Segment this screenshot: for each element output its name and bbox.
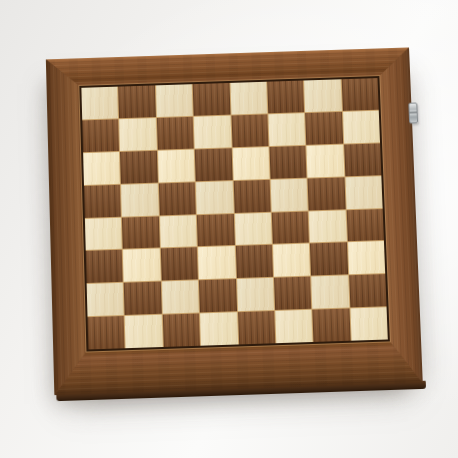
chess-board	[46, 47, 423, 395]
square-d3[interactable]	[198, 246, 235, 279]
square-c3[interactable]	[161, 248, 198, 281]
square-h3[interactable]	[348, 241, 386, 274]
square-h6[interactable]	[344, 143, 381, 176]
square-b2[interactable]	[124, 282, 161, 315]
square-f1[interactable]	[275, 310, 313, 343]
board-inlay-border	[79, 76, 390, 352]
square-d8[interactable]	[193, 83, 230, 116]
square-a4[interactable]	[85, 217, 122, 250]
square-b8[interactable]	[119, 85, 156, 118]
square-h5[interactable]	[345, 176, 383, 209]
square-g4[interactable]	[309, 210, 347, 243]
square-a5[interactable]	[84, 184, 121, 217]
square-e5[interactable]	[233, 179, 270, 212]
square-f3[interactable]	[273, 244, 311, 277]
square-g7[interactable]	[305, 112, 342, 145]
square-b3[interactable]	[123, 249, 160, 282]
hinge-icon	[408, 102, 418, 123]
square-a3[interactable]	[86, 250, 123, 283]
square-c4[interactable]	[160, 215, 197, 248]
square-g6[interactable]	[307, 144, 344, 177]
square-a8[interactable]	[81, 87, 118, 120]
square-b4[interactable]	[122, 216, 159, 249]
square-a2[interactable]	[87, 283, 124, 316]
square-d5[interactable]	[196, 181, 233, 214]
square-d6[interactable]	[195, 148, 232, 181]
square-b7[interactable]	[119, 118, 156, 151]
square-g1[interactable]	[313, 309, 351, 342]
square-f8[interactable]	[267, 81, 304, 114]
square-g5[interactable]	[308, 177, 345, 210]
square-b1[interactable]	[125, 315, 162, 348]
square-c6[interactable]	[158, 149, 195, 182]
square-g3[interactable]	[310, 243, 348, 276]
square-h2[interactable]	[349, 274, 387, 307]
square-f6[interactable]	[269, 146, 306, 179]
square-d4[interactable]	[197, 213, 234, 246]
square-f7[interactable]	[268, 113, 305, 146]
square-c1[interactable]	[163, 314, 201, 347]
square-g2[interactable]	[311, 276, 349, 309]
square-h1[interactable]	[350, 307, 388, 340]
square-d1[interactable]	[200, 312, 238, 345]
square-f2[interactable]	[274, 277, 312, 310]
square-a6[interactable]	[83, 152, 120, 185]
checker-grid	[81, 78, 387, 349]
square-a7[interactable]	[82, 119, 119, 152]
square-d7[interactable]	[194, 115, 231, 148]
square-a1[interactable]	[88, 316, 125, 349]
square-c2[interactable]	[162, 281, 199, 314]
square-e7[interactable]	[231, 114, 268, 147]
square-h7[interactable]	[343, 111, 380, 144]
square-f4[interactable]	[272, 211, 309, 244]
square-f5[interactable]	[270, 178, 307, 211]
square-c5[interactable]	[159, 182, 196, 215]
square-d2[interactable]	[199, 279, 237, 312]
square-e2[interactable]	[236, 278, 274, 311]
square-h8[interactable]	[341, 78, 378, 111]
square-h4[interactable]	[346, 209, 384, 242]
square-b6[interactable]	[120, 151, 157, 184]
square-c7[interactable]	[157, 117, 194, 150]
square-e1[interactable]	[238, 311, 276, 344]
square-g8[interactable]	[304, 79, 341, 112]
square-e8[interactable]	[230, 82, 267, 115]
square-e4[interactable]	[234, 212, 271, 245]
square-e3[interactable]	[235, 245, 273, 278]
square-c8[interactable]	[156, 84, 193, 117]
square-b5[interactable]	[121, 183, 158, 216]
square-e6[interactable]	[232, 147, 269, 180]
